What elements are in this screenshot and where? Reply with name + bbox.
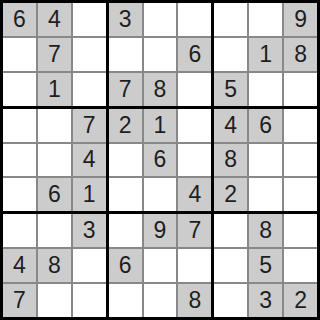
cell-r6c6[interactable]: 4 [178,178,211,211]
cell-r6c8[interactable] [249,178,282,211]
cell-r9c3[interactable] [73,284,106,317]
cell-r4c5[interactable]: 1 [144,109,177,142]
cell-r8c7[interactable] [214,249,247,282]
cell-r5c6[interactable] [178,144,211,177]
cell-r6c1[interactable] [3,178,36,211]
cell-r3c3[interactable] [73,73,106,106]
cell-r7c9[interactable] [284,214,317,247]
box-r1c3: 9 1 8 5 [214,3,317,106]
cell-r2c2[interactable]: 7 [38,38,71,71]
cell-r8c4[interactable]: 6 [109,249,142,282]
cell-r6c4[interactable] [109,178,142,211]
cell-r1c7[interactable] [214,3,247,36]
cell-r7c1[interactable] [3,214,36,247]
cell-r8c1[interactable]: 4 [3,249,36,282]
box-r2c3: 4 6 8 2 [214,109,317,212]
cell-r1c4[interactable]: 3 [109,3,142,36]
cell-r5c9[interactable] [284,144,317,177]
cell-r7c6[interactable]: 7 [178,214,211,247]
cell-r8c8[interactable]: 5 [249,249,282,282]
cell-r3c2[interactable]: 1 [38,73,71,106]
cell-r9c5[interactable] [144,284,177,317]
cell-r2c6[interactable]: 6 [178,38,211,71]
cell-r1c1[interactable]: 6 [3,3,36,36]
cell-r3c4[interactable]: 7 [109,73,142,106]
cell-r2c4[interactable] [109,38,142,71]
cell-r2c8[interactable]: 1 [249,38,282,71]
cell-r3c8[interactable] [249,73,282,106]
cell-r6c2[interactable]: 6 [38,178,71,211]
cell-r9c9[interactable]: 2 [284,284,317,317]
cell-r6c5[interactable] [144,178,177,211]
box-r3c2: 9 7 6 8 [109,214,212,317]
cell-r8c2[interactable]: 8 [38,249,71,282]
cell-r2c5[interactable] [144,38,177,71]
cell-r7c2[interactable] [38,214,71,247]
cell-r8c9[interactable] [284,249,317,282]
cell-r1c5[interactable] [144,3,177,36]
cell-r5c8[interactable] [249,144,282,177]
cell-r5c7[interactable]: 8 [214,144,247,177]
cell-r1c3[interactable] [73,3,106,36]
cell-r8c6[interactable] [178,249,211,282]
box-r2c2: 2 1 6 4 [109,109,212,212]
cell-r9c2[interactable] [38,284,71,317]
cell-r6c7[interactable]: 2 [214,178,247,211]
cell-r9c7[interactable] [214,284,247,317]
cell-r4c8[interactable]: 6 [249,109,282,142]
cell-r1c6[interactable] [178,3,211,36]
cell-r5c2[interactable] [38,144,71,177]
cell-r6c3[interactable]: 1 [73,178,106,211]
cell-r4c4[interactable]: 2 [109,109,142,142]
cell-r2c3[interactable] [73,38,106,71]
cell-r4c2[interactable] [38,109,71,142]
box-r1c2: 3 6 7 8 [109,3,212,106]
cell-r8c5[interactable] [144,249,177,282]
box-r1c1: 6 4 7 1 [3,3,106,106]
box-r3c3: 8 5 3 2 [214,214,317,317]
cell-r3c6[interactable] [178,73,211,106]
cell-r3c7[interactable]: 5 [214,73,247,106]
cell-r4c3[interactable]: 7 [73,109,106,142]
cell-r2c7[interactable] [214,38,247,71]
cell-r5c5[interactable]: 6 [144,144,177,177]
cell-r3c9[interactable] [284,73,317,106]
cell-r3c5[interactable]: 8 [144,73,177,106]
cell-r4c9[interactable] [284,109,317,142]
cell-r8c3[interactable] [73,249,106,282]
cell-r7c3[interactable]: 3 [73,214,106,247]
cell-r1c2[interactable]: 4 [38,3,71,36]
cell-r5c1[interactable] [3,144,36,177]
cell-r9c1[interactable]: 7 [3,284,36,317]
cell-r1c8[interactable] [249,3,282,36]
cell-r2c1[interactable] [3,38,36,71]
cell-r9c8[interactable]: 3 [249,284,282,317]
cell-r1c9[interactable]: 9 [284,3,317,36]
cell-r7c5[interactable]: 9 [144,214,177,247]
cell-r4c1[interactable] [3,109,36,142]
cell-r7c7[interactable] [214,214,247,247]
cell-r7c4[interactable] [109,214,142,247]
cell-r4c6[interactable] [178,109,211,142]
cell-r6c9[interactable] [284,178,317,211]
cell-r5c3[interactable]: 4 [73,144,106,177]
cell-r4c7[interactable]: 4 [214,109,247,142]
sudoku-board: 6 4 7 1 3 6 7 8 9 1 8 5 7 4 [0,0,320,320]
cell-r5c4[interactable] [109,144,142,177]
cell-r2c9[interactable]: 8 [284,38,317,71]
box-r3c1: 3 4 8 7 [3,214,106,317]
cell-r7c8[interactable]: 8 [249,214,282,247]
box-r2c1: 7 4 6 1 [3,109,106,212]
cell-r3c1[interactable] [3,73,36,106]
cell-r9c6[interactable]: 8 [178,284,211,317]
cell-r9c4[interactable] [109,284,142,317]
